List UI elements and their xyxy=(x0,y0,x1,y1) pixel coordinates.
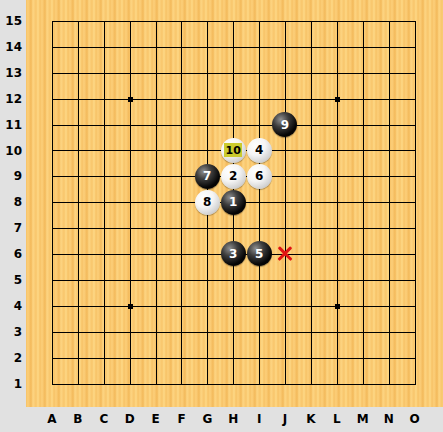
row-label-6: 6 xyxy=(0,246,22,262)
stone-black-3-H6[interactable]: 3 xyxy=(221,241,246,266)
stone-black-7-G9[interactable]: 7 xyxy=(195,164,220,189)
row-label-1: 1 xyxy=(0,376,22,392)
row-label-15: 15 xyxy=(0,13,22,29)
row-label-5: 5 xyxy=(0,272,22,288)
column-label-K: K xyxy=(298,407,324,432)
row-label-11: 11 xyxy=(0,117,22,133)
column-label-D: D xyxy=(117,407,143,432)
column-label-E: E xyxy=(143,407,169,432)
column-label-H: H xyxy=(220,407,246,432)
last-move-highlight-label: 10 xyxy=(224,143,242,157)
column-label-L: L xyxy=(324,407,350,432)
column-label-N: N xyxy=(376,407,402,432)
column-label-G: G xyxy=(194,407,220,432)
stone-white-6-I9[interactable]: 6 xyxy=(247,164,272,189)
column-label-I: I xyxy=(246,407,272,432)
stone-black-9-J11[interactable]: 9 xyxy=(272,112,297,137)
row-label-14: 14 xyxy=(0,39,22,55)
row-label-13: 13 xyxy=(0,65,22,81)
board[interactable]: 12345678910 xyxy=(39,8,427,396)
stone-white-8-G8[interactable]: 8 xyxy=(195,190,220,215)
row-label-12: 12 xyxy=(0,91,22,107)
column-label-A: A xyxy=(39,407,65,432)
stone-white-4-I10[interactable]: 4 xyxy=(247,138,272,163)
stone-black-1-H8[interactable]: 1 xyxy=(221,190,246,215)
row-label-9: 9 xyxy=(0,168,22,184)
stone-black-5-I6[interactable]: 5 xyxy=(247,241,272,266)
column-label-F: F xyxy=(169,407,195,432)
column-label-C: C xyxy=(91,407,117,432)
row-label-8: 8 xyxy=(0,194,22,210)
column-label-M: M xyxy=(350,407,376,432)
row-label-2: 2 xyxy=(0,350,22,366)
renju-board-diagram: 12345678910 151413121110987654321 ABCDEF… xyxy=(0,0,443,432)
row-label-4: 4 xyxy=(0,298,22,314)
column-label-O: O xyxy=(402,407,428,432)
x-marker-J6[interactable] xyxy=(276,245,294,263)
column-label-B: B xyxy=(65,407,91,432)
row-label-10: 10 xyxy=(0,143,22,159)
row-label-3: 3 xyxy=(0,324,22,340)
row-label-7: 7 xyxy=(0,220,22,236)
column-label-J: J xyxy=(272,407,298,432)
stone-white-2-H9[interactable]: 2 xyxy=(221,164,246,189)
stone-white-10-H10[interactable]: 10 xyxy=(221,138,246,163)
